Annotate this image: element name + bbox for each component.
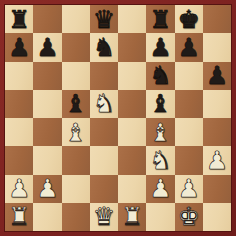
white-pawn-h3[interactable]: ♟ [203,146,231,174]
square-a8[interactable]: ♜ [5,5,33,33]
square-c6[interactable] [62,62,90,90]
black-pawn-b7[interactable]: ♟ [33,33,61,61]
square-e7[interactable] [118,33,146,61]
white-queen-d1[interactable]: ♛ [90,203,118,231]
square-g2[interactable]: ♟ [175,175,203,203]
square-e4[interactable] [118,118,146,146]
square-g3[interactable] [175,146,203,174]
square-g8[interactable]: ♚ [175,5,203,33]
square-e6[interactable] [118,62,146,90]
square-a1[interactable]: ♜ [5,203,33,231]
white-king-g1[interactable]: ♚ [175,203,203,231]
square-f4[interactable]: ♝ [146,118,174,146]
square-e2[interactable] [118,175,146,203]
square-a7[interactable]: ♟ [5,33,33,61]
square-b1[interactable] [33,203,61,231]
square-f6[interactable]: ♞ [146,62,174,90]
square-d3[interactable] [90,146,118,174]
square-a6[interactable] [5,62,33,90]
square-e5[interactable] [118,90,146,118]
square-c3[interactable] [62,146,90,174]
square-d7[interactable]: ♞ [90,33,118,61]
square-c2[interactable] [62,175,90,203]
square-e8[interactable] [118,5,146,33]
square-h7[interactable] [203,33,231,61]
chess-board-frame: ♜♛♜♚♟♟♞♟♟♞♟♝♞♝♝♝♞♟♟♟♟♟♜♛♜♚ [0,0,236,236]
square-b5[interactable] [33,90,61,118]
black-bishop-c5[interactable]: ♝ [62,90,90,118]
black-queen-d8[interactable]: ♛ [90,5,118,33]
square-a4[interactable] [5,118,33,146]
square-f3[interactable]: ♞ [146,146,174,174]
square-a3[interactable] [5,146,33,174]
square-g1[interactable]: ♚ [175,203,203,231]
square-g4[interactable] [175,118,203,146]
square-a5[interactable] [5,90,33,118]
square-g5[interactable] [175,90,203,118]
square-b2[interactable]: ♟ [33,175,61,203]
square-d1[interactable]: ♛ [90,203,118,231]
square-f8[interactable]: ♜ [146,5,174,33]
square-g6[interactable] [175,62,203,90]
white-pawn-a2[interactable]: ♟ [5,175,33,203]
square-h4[interactable] [203,118,231,146]
white-rook-a1[interactable]: ♜ [5,203,33,231]
black-bishop-f5[interactable]: ♝ [146,90,174,118]
square-c5[interactable]: ♝ [62,90,90,118]
square-d6[interactable] [90,62,118,90]
white-rook-e1[interactable]: ♜ [118,203,146,231]
black-rook-a8[interactable]: ♜ [5,5,33,33]
black-pawn-f7[interactable]: ♟ [146,33,174,61]
square-d4[interactable] [90,118,118,146]
square-h5[interactable] [203,90,231,118]
white-pawn-b2[interactable]: ♟ [33,175,61,203]
square-e1[interactable]: ♜ [118,203,146,231]
black-knight-f6[interactable]: ♞ [146,62,174,90]
white-knight-f3[interactable]: ♞ [146,146,174,174]
white-bishop-f4[interactable]: ♝ [146,118,174,146]
white-bishop-c4[interactable]: ♝ [62,118,90,146]
square-f2[interactable]: ♟ [146,175,174,203]
square-b4[interactable] [33,118,61,146]
square-c7[interactable] [62,33,90,61]
square-f5[interactable]: ♝ [146,90,174,118]
square-h3[interactable]: ♟ [203,146,231,174]
square-h8[interactable] [203,5,231,33]
square-b7[interactable]: ♟ [33,33,61,61]
square-c8[interactable] [62,5,90,33]
square-f7[interactable]: ♟ [146,33,174,61]
square-c1[interactable] [62,203,90,231]
square-b8[interactable] [33,5,61,33]
black-rook-f8[interactable]: ♜ [146,5,174,33]
square-d8[interactable]: ♛ [90,5,118,33]
chess-board: ♜♛♜♚♟♟♞♟♟♞♟♝♞♝♝♝♞♟♟♟♟♟♜♛♜♚ [5,5,231,231]
black-pawn-a7[interactable]: ♟ [5,33,33,61]
square-b6[interactable] [33,62,61,90]
black-knight-d7[interactable]: ♞ [90,33,118,61]
square-h1[interactable] [203,203,231,231]
square-g7[interactable]: ♟ [175,33,203,61]
square-b3[interactable] [33,146,61,174]
square-d2[interactable] [90,175,118,203]
square-c4[interactable]: ♝ [62,118,90,146]
square-h2[interactable] [203,175,231,203]
square-f1[interactable] [146,203,174,231]
white-pawn-f2[interactable]: ♟ [146,175,174,203]
black-king-g8[interactable]: ♚ [175,5,203,33]
square-d5[interactable]: ♞ [90,90,118,118]
square-h6[interactable]: ♟ [203,62,231,90]
black-pawn-g7[interactable]: ♟ [175,33,203,61]
square-a2[interactable]: ♟ [5,175,33,203]
black-pawn-h6[interactable]: ♟ [203,62,231,90]
white-pawn-g2[interactable]: ♟ [175,175,203,203]
white-knight-d5[interactable]: ♞ [90,90,118,118]
square-e3[interactable] [118,146,146,174]
